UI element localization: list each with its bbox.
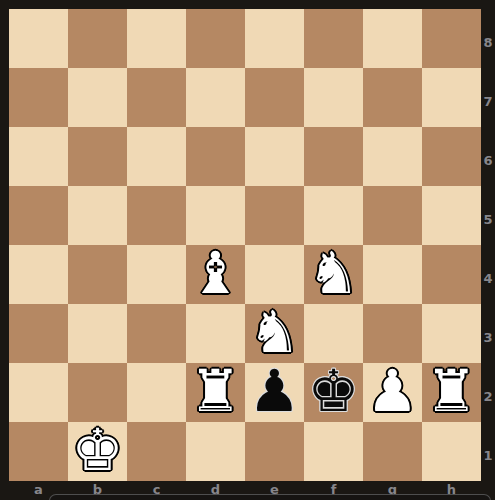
- square-a4[interactable]: [9, 245, 68, 304]
- white-bishop-piece[interactable]: ♝: [186, 244, 245, 303]
- square-e3[interactable]: ♞: [245, 304, 304, 363]
- white-knight-piece[interactable]: ♞: [304, 244, 363, 303]
- square-d3[interactable]: [186, 304, 245, 363]
- square-e4[interactable]: [245, 245, 304, 304]
- square-b5[interactable]: [68, 186, 127, 245]
- square-g1[interactable]: [363, 422, 422, 481]
- square-g5[interactable]: [363, 186, 422, 245]
- square-g3[interactable]: [363, 304, 422, 363]
- square-b4[interactable]: [68, 245, 127, 304]
- square-g6[interactable]: [363, 127, 422, 186]
- square-h6[interactable]: [422, 127, 481, 186]
- square-a5[interactable]: [9, 186, 68, 245]
- square-c7[interactable]: [127, 68, 186, 127]
- bottom-panel: [49, 494, 491, 500]
- square-d2[interactable]: ♜: [186, 363, 245, 422]
- square-g4[interactable]: [363, 245, 422, 304]
- square-h8[interactable]: [422, 9, 481, 68]
- rank-labels: 87654321: [481, 9, 495, 481]
- square-b6[interactable]: [68, 127, 127, 186]
- square-e7[interactable]: [245, 68, 304, 127]
- black-king-piece[interactable]: ♚: [304, 362, 363, 421]
- square-b1[interactable]: ♚: [68, 422, 127, 481]
- square-f4[interactable]: ♞: [304, 245, 363, 304]
- square-b2[interactable]: [68, 363, 127, 422]
- square-g8[interactable]: [363, 9, 422, 68]
- white-knight-piece[interactable]: ♞: [245, 303, 304, 362]
- square-c4[interactable]: [127, 245, 186, 304]
- square-a8[interactable]: [9, 9, 68, 68]
- square-c3[interactable]: [127, 304, 186, 363]
- square-h2[interactable]: ♜: [422, 363, 481, 422]
- rank-label-6: 6: [481, 127, 495, 186]
- square-d4[interactable]: ♝: [186, 245, 245, 304]
- square-h4[interactable]: [422, 245, 481, 304]
- chess-board: ♝♞♞♜♟♚♟♜♚: [9, 9, 481, 481]
- square-f5[interactable]: [304, 186, 363, 245]
- rank-label-5: 5: [481, 186, 495, 245]
- square-f1[interactable]: [304, 422, 363, 481]
- black-pawn-piece[interactable]: ♟: [245, 362, 304, 421]
- square-e6[interactable]: [245, 127, 304, 186]
- square-a1[interactable]: [9, 422, 68, 481]
- square-h7[interactable]: [422, 68, 481, 127]
- square-c1[interactable]: [127, 422, 186, 481]
- square-f2[interactable]: ♚: [304, 363, 363, 422]
- square-a6[interactable]: [9, 127, 68, 186]
- rank-label-7: 7: [481, 68, 495, 127]
- square-e5[interactable]: [245, 186, 304, 245]
- square-b7[interactable]: [68, 68, 127, 127]
- square-a2[interactable]: [9, 363, 68, 422]
- square-d5[interactable]: [186, 186, 245, 245]
- square-f6[interactable]: [304, 127, 363, 186]
- square-d8[interactable]: [186, 9, 245, 68]
- square-g7[interactable]: [363, 68, 422, 127]
- square-a7[interactable]: [9, 68, 68, 127]
- square-g2[interactable]: ♟: [363, 363, 422, 422]
- square-d1[interactable]: [186, 422, 245, 481]
- rank-label-2: 2: [481, 363, 495, 422]
- rank-label-3: 3: [481, 304, 495, 363]
- white-pawn-piece[interactable]: ♟: [363, 362, 422, 421]
- square-c2[interactable]: [127, 363, 186, 422]
- rank-label-1: 1: [481, 422, 495, 481]
- square-c5[interactable]: [127, 186, 186, 245]
- chess-app: ♝♞♞♜♟♚♟♜♚ 87654321 abcdefgh: [0, 0, 495, 500]
- white-rook-piece[interactable]: ♜: [422, 362, 481, 421]
- square-c8[interactable]: [127, 9, 186, 68]
- square-a3[interactable]: [9, 304, 68, 363]
- square-f3[interactable]: [304, 304, 363, 363]
- rank-label-8: 8: [481, 9, 495, 68]
- square-e1[interactable]: [245, 422, 304, 481]
- square-d7[interactable]: [186, 68, 245, 127]
- square-h1[interactable]: [422, 422, 481, 481]
- white-rook-piece[interactable]: ♜: [186, 362, 245, 421]
- square-e8[interactable]: [245, 9, 304, 68]
- square-b3[interactable]: [68, 304, 127, 363]
- square-e2[interactable]: ♟: [245, 363, 304, 422]
- square-f7[interactable]: [304, 68, 363, 127]
- square-c6[interactable]: [127, 127, 186, 186]
- square-b8[interactable]: [68, 9, 127, 68]
- square-d6[interactable]: [186, 127, 245, 186]
- rank-label-4: 4: [481, 245, 495, 304]
- square-h3[interactable]: [422, 304, 481, 363]
- white-king-piece[interactable]: ♚: [68, 421, 127, 480]
- square-f8[interactable]: [304, 9, 363, 68]
- square-h5[interactable]: [422, 186, 481, 245]
